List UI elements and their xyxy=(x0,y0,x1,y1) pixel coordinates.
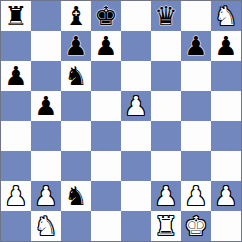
black-rook: ♜ xyxy=(4,1,27,31)
white-king: ♚ xyxy=(184,211,207,241)
square-h4[interactable] xyxy=(211,121,241,151)
square-f5[interactable] xyxy=(151,91,181,121)
white-pawn: ♟ xyxy=(184,181,207,211)
square-a7[interactable] xyxy=(1,31,31,61)
square-a8[interactable]: ♜ xyxy=(1,1,31,31)
square-f8[interactable]: ♛ xyxy=(151,1,181,31)
square-h6[interactable] xyxy=(211,61,241,91)
square-g4[interactable] xyxy=(181,121,211,151)
white-pawn: ♟ xyxy=(124,91,147,121)
square-f3[interactable] xyxy=(151,151,181,181)
square-h8[interactable]: ♞ xyxy=(211,1,241,31)
square-f1[interactable]: ♜ xyxy=(151,211,181,241)
square-d6[interactable] xyxy=(91,61,121,91)
square-a4[interactable] xyxy=(1,121,31,151)
white-knight: ♞ xyxy=(34,211,57,241)
square-f7[interactable] xyxy=(151,31,181,61)
black-queen: ♛ xyxy=(154,1,177,31)
square-g5[interactable] xyxy=(181,91,211,121)
white-pawn: ♟ xyxy=(154,181,177,211)
square-b6[interactable] xyxy=(31,61,61,91)
square-c1[interactable] xyxy=(61,211,91,241)
square-a3[interactable] xyxy=(1,151,31,181)
square-e2[interactable] xyxy=(121,181,151,211)
square-g6[interactable] xyxy=(181,61,211,91)
square-d8[interactable]: ♚ xyxy=(91,1,121,31)
chess-diagram: ♜♝♚♛♞♟♟♟♟♟♞♟♟♟♟♞♟♟♟♞♜♚ xyxy=(0,0,242,242)
square-b1[interactable]: ♞ xyxy=(31,211,61,241)
square-b2[interactable]: ♟ xyxy=(31,181,61,211)
square-d7[interactable]: ♟ xyxy=(91,31,121,61)
square-c3[interactable] xyxy=(61,151,91,181)
square-c5[interactable] xyxy=(61,91,91,121)
square-c4[interactable] xyxy=(61,121,91,151)
white-rook: ♜ xyxy=(154,211,177,241)
square-e7[interactable] xyxy=(121,31,151,61)
square-e1[interactable] xyxy=(121,211,151,241)
square-b7[interactable] xyxy=(31,31,61,61)
square-e8[interactable] xyxy=(121,1,151,31)
square-d3[interactable] xyxy=(91,151,121,181)
square-a2[interactable]: ♟ xyxy=(1,181,31,211)
square-c2[interactable]: ♞ xyxy=(61,181,91,211)
black-bishop: ♝ xyxy=(64,1,87,31)
square-f2[interactable]: ♟ xyxy=(151,181,181,211)
square-d2[interactable] xyxy=(91,181,121,211)
square-e5[interactable]: ♟ xyxy=(121,91,151,121)
square-f6[interactable] xyxy=(151,61,181,91)
square-g8[interactable] xyxy=(181,1,211,31)
white-pawn: ♟ xyxy=(4,181,27,211)
square-e4[interactable] xyxy=(121,121,151,151)
square-h5[interactable] xyxy=(211,91,241,121)
square-b5[interactable]: ♟ xyxy=(31,91,61,121)
white-pawn: ♟ xyxy=(214,181,237,211)
square-b4[interactable] xyxy=(31,121,61,151)
square-f4[interactable] xyxy=(151,121,181,151)
square-h3[interactable] xyxy=(211,151,241,181)
chess-board: ♜♝♚♛♞♟♟♟♟♟♞♟♟♟♟♞♟♟♟♞♜♚ xyxy=(0,0,242,242)
square-d5[interactable] xyxy=(91,91,121,121)
black-king: ♚ xyxy=(94,1,117,31)
square-h2[interactable]: ♟ xyxy=(211,181,241,211)
square-c6[interactable]: ♞ xyxy=(61,61,91,91)
black-pawn: ♟ xyxy=(64,31,87,61)
square-g1[interactable]: ♚ xyxy=(181,211,211,241)
black-pawn: ♟ xyxy=(184,31,207,61)
square-a1[interactable] xyxy=(1,211,31,241)
square-a5[interactable] xyxy=(1,91,31,121)
white-pawn: ♟ xyxy=(34,181,57,211)
square-h7[interactable]: ♟ xyxy=(211,31,241,61)
white-knight: ♞ xyxy=(214,1,237,31)
black-pawn: ♟ xyxy=(94,31,117,61)
square-h1[interactable] xyxy=(211,211,241,241)
square-e3[interactable] xyxy=(121,151,151,181)
square-a6[interactable]: ♟ xyxy=(1,61,31,91)
square-g2[interactable]: ♟ xyxy=(181,181,211,211)
square-b8[interactable] xyxy=(31,1,61,31)
black-knight: ♞ xyxy=(64,181,87,211)
black-knight: ♞ xyxy=(64,61,87,91)
black-pawn: ♟ xyxy=(214,31,237,61)
square-b3[interactable] xyxy=(31,151,61,181)
square-d1[interactable] xyxy=(91,211,121,241)
square-c8[interactable]: ♝ xyxy=(61,1,91,31)
square-e6[interactable] xyxy=(121,61,151,91)
square-c7[interactable]: ♟ xyxy=(61,31,91,61)
square-g3[interactable] xyxy=(181,151,211,181)
square-g7[interactable]: ♟ xyxy=(181,31,211,61)
square-d4[interactable] xyxy=(91,121,121,151)
black-pawn: ♟ xyxy=(34,91,57,121)
black-pawn: ♟ xyxy=(4,61,27,91)
